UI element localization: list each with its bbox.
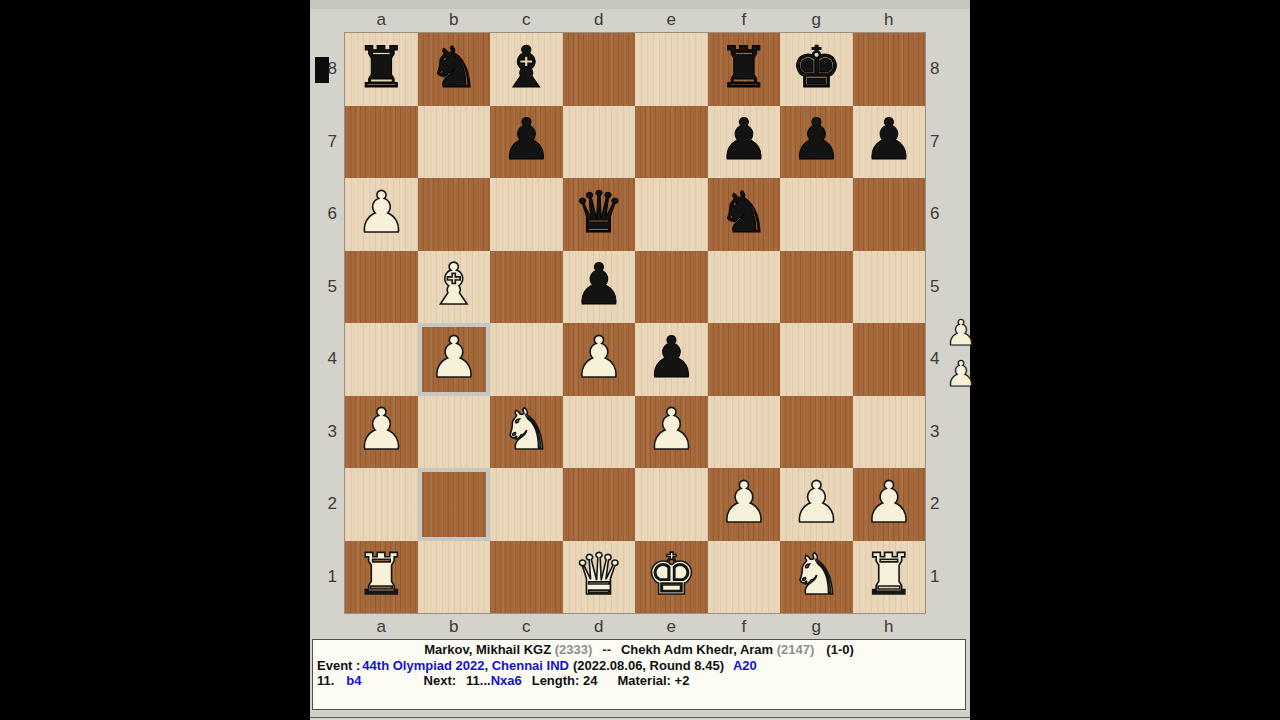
square-g5[interactable] [780, 251, 853, 324]
black-player-rating: (2147) [777, 642, 815, 657]
square-a6[interactable]: ♟ [345, 178, 418, 251]
square-e7[interactable] [635, 106, 708, 179]
rank-label-left-7: 7 [310, 106, 341, 179]
event-line: Event :44th Olympiad 2022, Chennai IND(2… [317, 658, 961, 674]
square-g1[interactable]: ♞ [780, 541, 853, 614]
rank-label-left-3: 3 [310, 396, 341, 469]
white-player-name: Markov, Mikhail KGZ [424, 642, 551, 657]
file-label-top-g: g [780, 9, 853, 31]
rank-label-left-2: 2 [310, 468, 341, 541]
material-value: +2 [675, 673, 690, 688]
square-h2[interactable]: ♟ [853, 468, 926, 541]
game-info-panel: Markov, Mikhail KGZ (2333)--Chekh Adm Kh… [312, 639, 966, 710]
file-labels-top: abcdefgh [345, 9, 925, 31]
square-b2[interactable] [418, 468, 491, 541]
file-label-bottom-a: a [345, 616, 418, 638]
event-label: Event : [317, 658, 360, 673]
file-label-top-e: e [635, 9, 708, 31]
square-e5[interactable] [635, 251, 708, 324]
black-queen: ♛ [573, 184, 624, 241]
white-knight: ♞ [501, 401, 552, 458]
white-king: ♚ [646, 546, 697, 603]
square-c2[interactable] [490, 468, 563, 541]
move-status-line: 11.b4Next:11...Nxa6Length: 24Material: +… [317, 673, 961, 689]
white-pawn: ♟ [573, 329, 624, 386]
square-e3[interactable]: ♟ [635, 396, 708, 469]
square-h5[interactable] [853, 251, 926, 324]
square-d3[interactable] [563, 396, 636, 469]
rank-label-right-2: 2 [927, 468, 953, 541]
next-move[interactable]: Nxa6 [491, 673, 522, 688]
black-pawn: ♟ [718, 111, 769, 168]
square-d1[interactable]: ♛ [563, 541, 636, 614]
black-pawn: ♟ [863, 111, 914, 168]
square-e2[interactable] [635, 468, 708, 541]
tray-white-pawn: ♟ [939, 316, 983, 351]
rank-label-right-8: 8 [927, 33, 953, 106]
black-knight: ♞ [428, 39, 479, 96]
file-label-top-h: h [853, 9, 926, 31]
square-c1[interactable] [490, 541, 563, 614]
black-rook: ♜ [718, 39, 769, 96]
square-d2[interactable] [563, 468, 636, 541]
file-labels-bottom: abcdefgh [345, 616, 925, 638]
square-a5[interactable] [345, 251, 418, 324]
rank-label-right-1: 1 [927, 541, 953, 614]
square-h3[interactable] [853, 396, 926, 469]
square-a1[interactable]: ♜ [345, 541, 418, 614]
file-label-bottom-c: c [490, 616, 563, 638]
square-e4[interactable]: ♟ [635, 323, 708, 396]
length-value: 24 [583, 673, 597, 688]
white-pawn: ♟ [646, 401, 697, 458]
square-h7[interactable]: ♟ [853, 106, 926, 179]
square-f7[interactable]: ♟ [708, 106, 781, 179]
square-h6[interactable] [853, 178, 926, 251]
side-to-move-indicator [315, 57, 329, 83]
square-a4[interactable] [345, 323, 418, 396]
white-pawn: ♟ [791, 474, 842, 531]
square-g8[interactable]: ♚ [780, 33, 853, 106]
chess-viewer-window: abcdefgh 87654321 87654321 ♜♞♝♜♚♟♟♟♟♟♛♞♝… [310, 0, 970, 720]
black-bishop: ♝ [501, 39, 552, 96]
eco-code[interactable]: A20 [733, 658, 757, 673]
material-label: Material: [617, 673, 670, 688]
square-g7[interactable]: ♟ [780, 106, 853, 179]
length-label: Length: [532, 673, 580, 688]
white-pawn: ♟ [356, 401, 407, 458]
game-result: (1-0) [826, 642, 853, 657]
black-pawn: ♟ [646, 329, 697, 386]
black-rook: ♜ [356, 39, 407, 96]
square-h4[interactable] [853, 323, 926, 396]
rank-label-left-1: 1 [310, 541, 341, 614]
captured-material-tray: ♟♟ [939, 318, 983, 408]
white-pawn: ♟ [863, 474, 914, 531]
square-b1[interactable] [418, 541, 491, 614]
rank-label-left-6: 6 [310, 178, 341, 251]
square-f6[interactable]: ♞ [708, 178, 781, 251]
current-move[interactable]: b4 [346, 673, 361, 688]
white-pawn: ♟ [428, 329, 479, 386]
square-b8[interactable]: ♞ [418, 33, 491, 106]
square-b3[interactable] [418, 396, 491, 469]
file-label-top-a: a [345, 9, 418, 31]
square-d8[interactable] [563, 33, 636, 106]
square-b7[interactable] [418, 106, 491, 179]
square-g4[interactable] [780, 323, 853, 396]
square-a7[interactable] [345, 106, 418, 179]
black-pawn: ♟ [791, 111, 842, 168]
white-bishop: ♝ [428, 256, 479, 313]
square-f5[interactable] [708, 251, 781, 324]
square-a8[interactable]: ♜ [345, 33, 418, 106]
square-f2[interactable]: ♟ [708, 468, 781, 541]
white-rook: ♜ [356, 546, 407, 603]
black-pawn: ♟ [573, 256, 624, 313]
next-move-number: 11... [466, 673, 491, 688]
square-d6[interactable]: ♛ [563, 178, 636, 251]
square-c3[interactable]: ♞ [490, 396, 563, 469]
players-separator: -- [602, 642, 611, 657]
square-e8[interactable] [635, 33, 708, 106]
next-label: Next: [424, 673, 457, 688]
square-a3[interactable]: ♟ [345, 396, 418, 469]
black-player-name: Chekh Adm Khedr, Aram [621, 642, 773, 657]
screenshot-root: abcdefgh 87654321 87654321 ♜♞♝♜♚♟♟♟♟♟♛♞♝… [0, 0, 1280, 720]
white-rook: ♜ [863, 546, 914, 603]
file-label-top-b: b [418, 9, 491, 31]
square-d4[interactable]: ♟ [563, 323, 636, 396]
file-label-bottom-d: d [563, 616, 636, 638]
square-b6[interactable] [418, 178, 491, 251]
square-b4[interactable]: ♟ [418, 323, 491, 396]
square-c8[interactable]: ♝ [490, 33, 563, 106]
square-d7[interactable] [563, 106, 636, 179]
file-label-bottom-g: g [780, 616, 853, 638]
event-name-link[interactable]: 44th Olympiad 2022, Chennai IND [362, 658, 569, 673]
window-top-edge [310, 0, 970, 9]
black-pawn: ♟ [501, 111, 552, 168]
white-pawn: ♟ [356, 184, 407, 241]
square-c4[interactable] [490, 323, 563, 396]
file-label-bottom-e: e [635, 616, 708, 638]
rank-label-right-6: 6 [927, 178, 953, 251]
white-queen: ♛ [573, 546, 624, 603]
file-label-top-c: c [490, 9, 563, 31]
square-a2[interactable] [345, 468, 418, 541]
black-king: ♚ [791, 39, 842, 96]
rank-label-left-5: 5 [310, 251, 341, 324]
file-label-top-d: d [563, 9, 636, 31]
square-e1[interactable]: ♚ [635, 541, 708, 614]
square-g3[interactable] [780, 396, 853, 469]
square-c6[interactable] [490, 178, 563, 251]
event-details: (2022.08.06, Round 8.45) [573, 658, 724, 673]
file-label-bottom-b: b [418, 616, 491, 638]
tray-white-pawn: ♟ [939, 357, 983, 392]
rank-label-right-7: 7 [927, 106, 953, 179]
rank-labels-left: 87654321 [310, 33, 341, 613]
square-g2[interactable]: ♟ [780, 468, 853, 541]
square-f3[interactable] [708, 396, 781, 469]
square-f8[interactable]: ♜ [708, 33, 781, 106]
square-g6[interactable] [780, 178, 853, 251]
white-player-rating: (2333) [555, 642, 593, 657]
white-pawn: ♟ [718, 474, 769, 531]
file-label-top-f: f [708, 9, 781, 31]
square-h1[interactable]: ♜ [853, 541, 926, 614]
black-knight: ♞ [718, 184, 769, 241]
square-c5[interactable] [490, 251, 563, 324]
players-line: Markov, Mikhail KGZ (2333)--Chekh Adm Kh… [317, 642, 961, 658]
square-d5[interactable]: ♟ [563, 251, 636, 324]
file-label-bottom-h: h [853, 616, 926, 638]
rank-label-left-4: 4 [310, 323, 341, 396]
chess-board: ♜♞♝♜♚♟♟♟♟♟♛♞♝♟♟♟♟♟♞♟♟♟♟♜♛♚♞♜ [345, 33, 925, 613]
square-f1[interactable] [708, 541, 781, 614]
square-b5[interactable]: ♝ [418, 251, 491, 324]
white-knight: ♞ [791, 546, 842, 603]
move-number: 11. [317, 673, 334, 688]
square-f4[interactable] [708, 323, 781, 396]
square-h8[interactable] [853, 33, 926, 106]
square-e6[interactable] [635, 178, 708, 251]
square-c7[interactable]: ♟ [490, 106, 563, 179]
file-label-bottom-f: f [708, 616, 781, 638]
